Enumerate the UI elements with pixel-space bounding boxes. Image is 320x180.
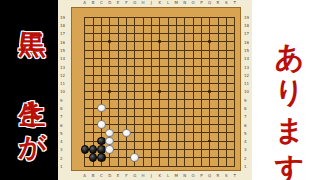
grid-line-vertical bbox=[234, 17, 235, 167]
right-caption-panel: あります bbox=[252, 0, 320, 180]
thumbnail-canvas: 黒に 生きが AA1919BB1818CC1717DD1616EE1515FF1… bbox=[0, 0, 320, 180]
row-label: 14 bbox=[244, 56, 249, 61]
column-label: O bbox=[191, 0, 194, 5]
row-label: 2 bbox=[60, 155, 63, 160]
grid-line-horizontal bbox=[84, 99, 235, 100]
row-label: 1 bbox=[60, 163, 63, 168]
grid-line-horizontal bbox=[84, 116, 235, 117]
row-label: 4 bbox=[244, 139, 247, 144]
white-stone bbox=[97, 120, 105, 128]
column-label: J bbox=[151, 173, 152, 178]
column-label: J bbox=[151, 0, 152, 5]
row-label: 19 bbox=[244, 14, 249, 19]
column-label: S bbox=[225, 173, 228, 178]
row-label: 9 bbox=[60, 97, 63, 102]
star-point bbox=[158, 90, 161, 93]
row-label: 5 bbox=[60, 130, 63, 135]
column-label: G bbox=[133, 0, 136, 5]
row-label: 11 bbox=[244, 81, 249, 86]
caption-left: 黒に 生きが bbox=[14, 11, 50, 180]
column-label: N bbox=[183, 0, 186, 5]
row-label: 11 bbox=[60, 81, 65, 86]
column-label: A bbox=[83, 0, 86, 5]
row-label: 8 bbox=[60, 105, 63, 110]
column-label: B bbox=[92, 0, 95, 5]
column-label: T bbox=[233, 173, 235, 178]
go-board: AA1919BB1818CC1717DD1616EE1515FF1414GG13… bbox=[58, 0, 252, 180]
row-label: 18 bbox=[60, 23, 65, 28]
row-label: 15 bbox=[60, 48, 65, 53]
column-label: G bbox=[133, 173, 136, 178]
column-label: D bbox=[108, 0, 111, 5]
white-stone bbox=[105, 129, 113, 137]
row-label: 16 bbox=[60, 39, 65, 44]
column-label: E bbox=[117, 0, 120, 5]
column-label: M bbox=[175, 0, 178, 5]
column-label: H bbox=[142, 0, 145, 5]
column-label: N bbox=[183, 173, 186, 178]
row-label: 10 bbox=[244, 89, 249, 94]
row-label: 7 bbox=[244, 114, 247, 119]
grid-line-vertical bbox=[168, 17, 169, 167]
row-label: 14 bbox=[60, 56, 65, 61]
column-label: H bbox=[142, 173, 145, 178]
column-label: C bbox=[100, 0, 103, 5]
white-stone bbox=[130, 153, 138, 161]
row-label: 8 bbox=[244, 105, 247, 110]
row-label: 19 bbox=[60, 14, 65, 19]
row-label: 13 bbox=[244, 64, 249, 69]
column-label: E bbox=[117, 173, 120, 178]
column-label: T bbox=[233, 0, 235, 5]
column-label: D bbox=[108, 173, 111, 178]
row-label: 17 bbox=[60, 31, 65, 36]
row-label: 3 bbox=[244, 147, 247, 152]
row-label: 5 bbox=[244, 130, 247, 135]
star-point bbox=[108, 90, 111, 93]
star-point bbox=[158, 40, 161, 43]
row-label: 3 bbox=[60, 147, 63, 152]
grid-line-horizontal bbox=[84, 124, 235, 125]
row-label: 17 bbox=[244, 31, 249, 36]
caption-right: あります bbox=[270, 22, 310, 180]
column-label: R bbox=[217, 173, 220, 178]
column-label: L bbox=[167, 173, 169, 178]
row-label: 6 bbox=[244, 122, 247, 127]
row-label: 6 bbox=[60, 122, 63, 127]
column-label: O bbox=[191, 173, 194, 178]
column-label: P bbox=[200, 173, 202, 178]
column-label: Q bbox=[208, 0, 211, 5]
column-label: A bbox=[83, 173, 86, 178]
row-label: 18 bbox=[244, 23, 249, 28]
row-label: 1 bbox=[244, 163, 247, 168]
row-label: 12 bbox=[60, 72, 65, 77]
grid-line-vertical bbox=[193, 17, 194, 167]
row-label: 10 bbox=[60, 89, 65, 94]
grid-line-vertical bbox=[201, 17, 202, 167]
column-label: R bbox=[217, 0, 220, 5]
row-label: 15 bbox=[244, 48, 249, 53]
black-stone bbox=[97, 153, 105, 161]
column-label: Q bbox=[208, 173, 211, 178]
white-stone bbox=[97, 104, 105, 112]
column-label: M bbox=[175, 173, 178, 178]
star-point bbox=[108, 40, 111, 43]
column-label: L bbox=[167, 0, 169, 5]
row-label: 7 bbox=[60, 114, 63, 119]
row-label: 9 bbox=[244, 97, 247, 102]
white-stone bbox=[122, 129, 130, 137]
star-point bbox=[208, 40, 211, 43]
column-label: F bbox=[125, 0, 127, 5]
column-label: S bbox=[225, 0, 228, 5]
row-label: 12 bbox=[244, 72, 249, 77]
black-stone bbox=[81, 145, 89, 153]
row-label: 4 bbox=[60, 139, 63, 144]
grid-line-horizontal bbox=[84, 157, 235, 158]
white-stone bbox=[105, 145, 113, 153]
grid-line-horizontal bbox=[84, 108, 235, 109]
column-label: K bbox=[158, 0, 161, 5]
white-stone bbox=[105, 137, 113, 145]
left-caption-panel: 黒に 生きが bbox=[0, 0, 58, 180]
black-stone bbox=[97, 137, 105, 145]
black-stone bbox=[97, 145, 105, 153]
black-stone bbox=[89, 145, 97, 153]
column-label: B bbox=[92, 173, 95, 178]
column-label: C bbox=[100, 173, 103, 178]
grid-line-horizontal bbox=[84, 166, 235, 167]
column-label: P bbox=[200, 0, 202, 5]
grid-line-vertical bbox=[184, 17, 185, 167]
grid-line-vertical bbox=[218, 17, 219, 167]
row-label: 13 bbox=[60, 64, 65, 69]
column-label: K bbox=[158, 173, 161, 178]
black-stone bbox=[89, 153, 97, 161]
row-label: 2 bbox=[244, 155, 247, 160]
column-label: F bbox=[125, 173, 127, 178]
row-label: 16 bbox=[244, 39, 249, 44]
grid-line-vertical bbox=[176, 17, 177, 167]
star-point bbox=[208, 90, 211, 93]
grid-line-vertical bbox=[226, 17, 227, 167]
